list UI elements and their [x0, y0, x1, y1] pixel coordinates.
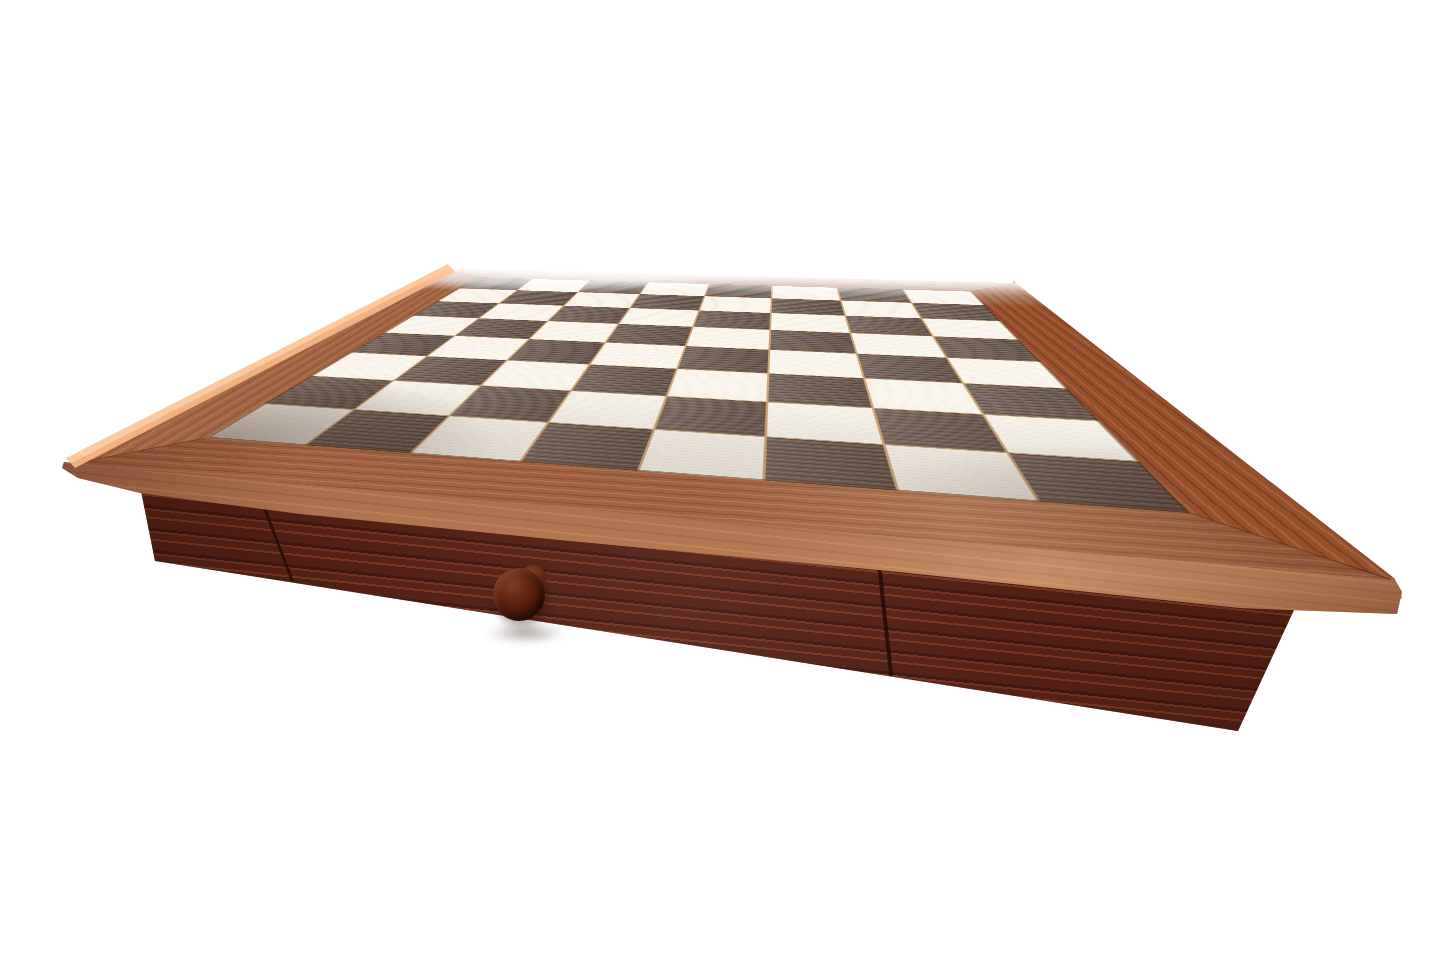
drawer-knob[interactable]: [493, 568, 545, 621]
chessboard-photo: [0, 0, 1445, 967]
knob-shadow: [486, 624, 566, 642]
